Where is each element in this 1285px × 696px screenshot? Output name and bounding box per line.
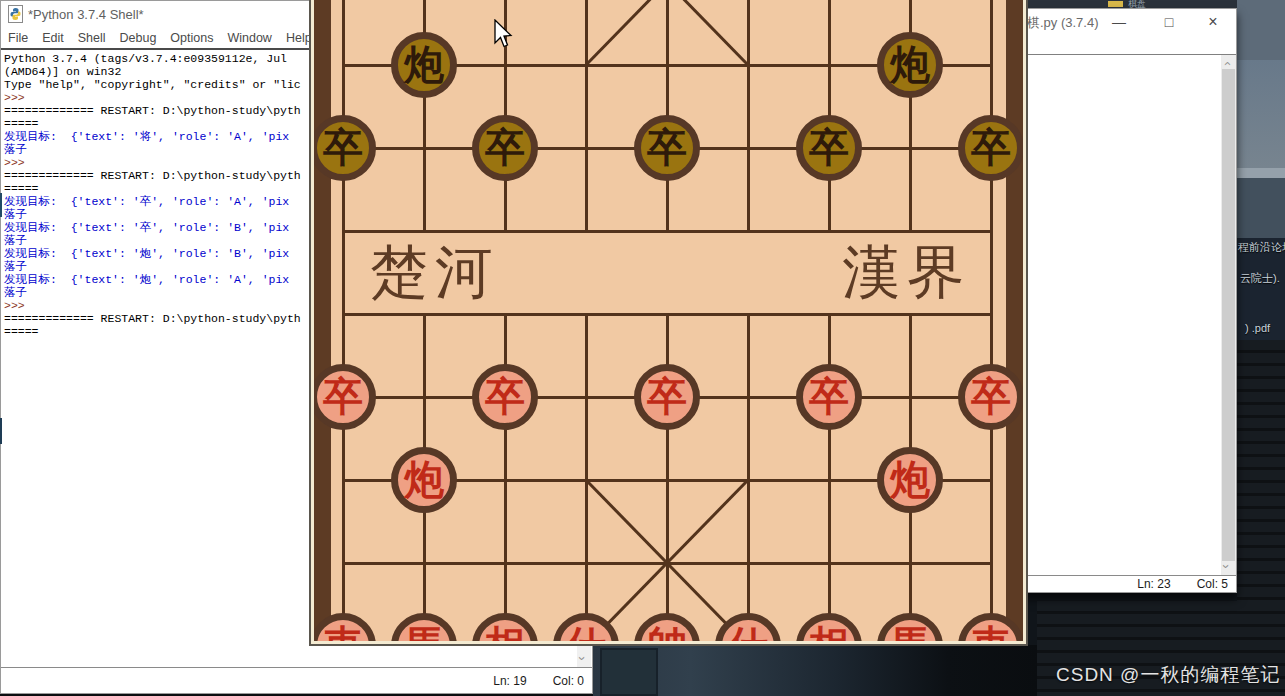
mouse-cursor-icon	[494, 19, 513, 49]
xiangqi-game-window[interactable]: 楚河 漢界 炮炮卒卒卒卒卒卒卒卒卒卒炮炮車馬相仕帥仕相馬車	[309, 0, 1028, 646]
piece-red-c6r6[interactable]: 卒	[796, 364, 862, 430]
desktop: 程前沿论坛 云院士). ) .pdf 棋盘 CSDN @一秋的编程笔记 棋.py…	[0, 0, 1285, 696]
piece-glyph: 卒	[809, 128, 849, 168]
piece-glyph: 卒	[485, 377, 525, 417]
piece-glyph: 馬	[404, 626, 444, 641]
piece-glyph: 卒	[971, 128, 1011, 168]
close-button[interactable]: ×	[1198, 11, 1228, 33]
piece-black-c4r3[interactable]: 卒	[634, 115, 700, 181]
piece-glyph: 炮	[404, 45, 444, 85]
desktop-icon-label[interactable]: 程前沿论坛	[1238, 240, 1285, 255]
piece-glyph: 車	[971, 626, 1011, 641]
piece-glyph: 相	[809, 626, 849, 641]
piece-glyph: 炮	[404, 460, 444, 500]
scrollbar-thumb[interactable]	[1222, 69, 1235, 561]
shell-line-indicator: Ln: 19	[493, 674, 526, 688]
maximize-button[interactable]: □	[1154, 11, 1184, 33]
menu-item-debug[interactable]: Debug	[113, 31, 164, 45]
piece-glyph: 帥	[647, 626, 687, 641]
shell-col-indicator: Col: 0	[553, 674, 584, 688]
desktop-icon-sliver	[0, 193, 2, 217]
piece-glyph: 仕	[566, 626, 606, 641]
editor-vertical-scrollbar[interactable]: › ›	[1221, 55, 1236, 575]
shell-window-title: *Python 3.7.4 Shell*	[28, 7, 144, 22]
scroll-down-icon[interactable]: ›	[576, 656, 589, 660]
piece-glyph: 仕	[728, 626, 768, 641]
python-file-icon	[8, 5, 23, 23]
piece-glyph: 卒	[323, 377, 363, 417]
menu-item-edit[interactable]: Edit	[35, 31, 71, 45]
piece-glyph: 卒	[809, 377, 849, 417]
desktop-icon-label[interactable]: ) .pdf	[1245, 322, 1270, 334]
piece-glyph: 卒	[971, 377, 1011, 417]
piece-glyph: 馬	[890, 626, 930, 641]
piece-glyph: 卒	[485, 128, 525, 168]
folder-label: 棋盘	[1128, 0, 1146, 8]
scroll-down-icon[interactable]: ›	[1220, 564, 1233, 568]
piece-black-c8r3[interactable]: 卒	[958, 115, 1023, 181]
xiangqi-board[interactable]: 楚河 漢界 炮炮卒卒卒卒卒卒卒卒卒卒炮炮車馬相仕帥仕相馬車	[314, 0, 1023, 641]
piece-red-c7r7[interactable]: 炮	[877, 447, 943, 513]
wallpaper-top-strip: 棋盘	[1026, 0, 1237, 8]
menu-item-shell[interactable]: Shell	[71, 31, 113, 45]
piece-glyph: 相	[485, 626, 525, 641]
scroll-up-icon[interactable]: ›	[1220, 61, 1233, 65]
piece-red-c1r7[interactable]: 炮	[391, 447, 457, 513]
piece-glyph: 炮	[890, 460, 930, 500]
piece-black-c7r2[interactable]: 炮	[877, 32, 943, 98]
desktop-icon-sliver	[0, 418, 2, 444]
piece-red-c4r6[interactable]: 卒	[634, 364, 700, 430]
editor-window-title: 棋.py (3.7.4)	[1027, 14, 1099, 32]
piece-red-c2r6[interactable]: 卒	[472, 364, 538, 430]
menu-item-file[interactable]: File	[1, 31, 35, 45]
shell-statusbar: Ln: 19 Col: 0	[1, 667, 592, 693]
desktop-icon-label[interactable]: 云院士).	[1240, 271, 1280, 286]
piece-glyph: 卒	[647, 377, 687, 417]
piece-red-c8r6[interactable]: 卒	[958, 364, 1023, 430]
wallpaper-sky	[1237, 0, 1285, 60]
piece-glyph: 炮	[890, 45, 930, 85]
piece-black-c2r3[interactable]: 卒	[472, 115, 538, 181]
folder-icon[interactable]	[1108, 1, 1123, 7]
csdn-watermark: CSDN @一秋的编程笔记	[1056, 662, 1280, 688]
piece-black-c6r3[interactable]: 卒	[796, 115, 862, 181]
wallpaper-water	[1237, 178, 1285, 238]
wallpaper-clouds	[1237, 60, 1285, 168]
river-label-right: 漢界	[842, 233, 972, 313]
piece-glyph: 車	[323, 626, 363, 641]
piece-glyph: 卒	[647, 128, 687, 168]
menu-item-options[interactable]: Options	[163, 31, 220, 45]
editor-line-indicator: Ln: 23	[1137, 577, 1170, 591]
menu-item-window[interactable]: Window	[220, 31, 278, 45]
river-label-left: 楚河	[370, 233, 500, 313]
minimize-button[interactable]: —	[1104, 11, 1134, 33]
piece-black-c1r2[interactable]: 炮	[391, 32, 457, 98]
editor-col-indicator: Col: 5	[1197, 577, 1228, 591]
wallpaper-shimmer	[1237, 168, 1285, 178]
wallpaper-building-window	[600, 648, 658, 696]
piece-glyph: 卒	[323, 128, 363, 168]
wallpaper-bottom-mid	[593, 645, 1037, 696]
